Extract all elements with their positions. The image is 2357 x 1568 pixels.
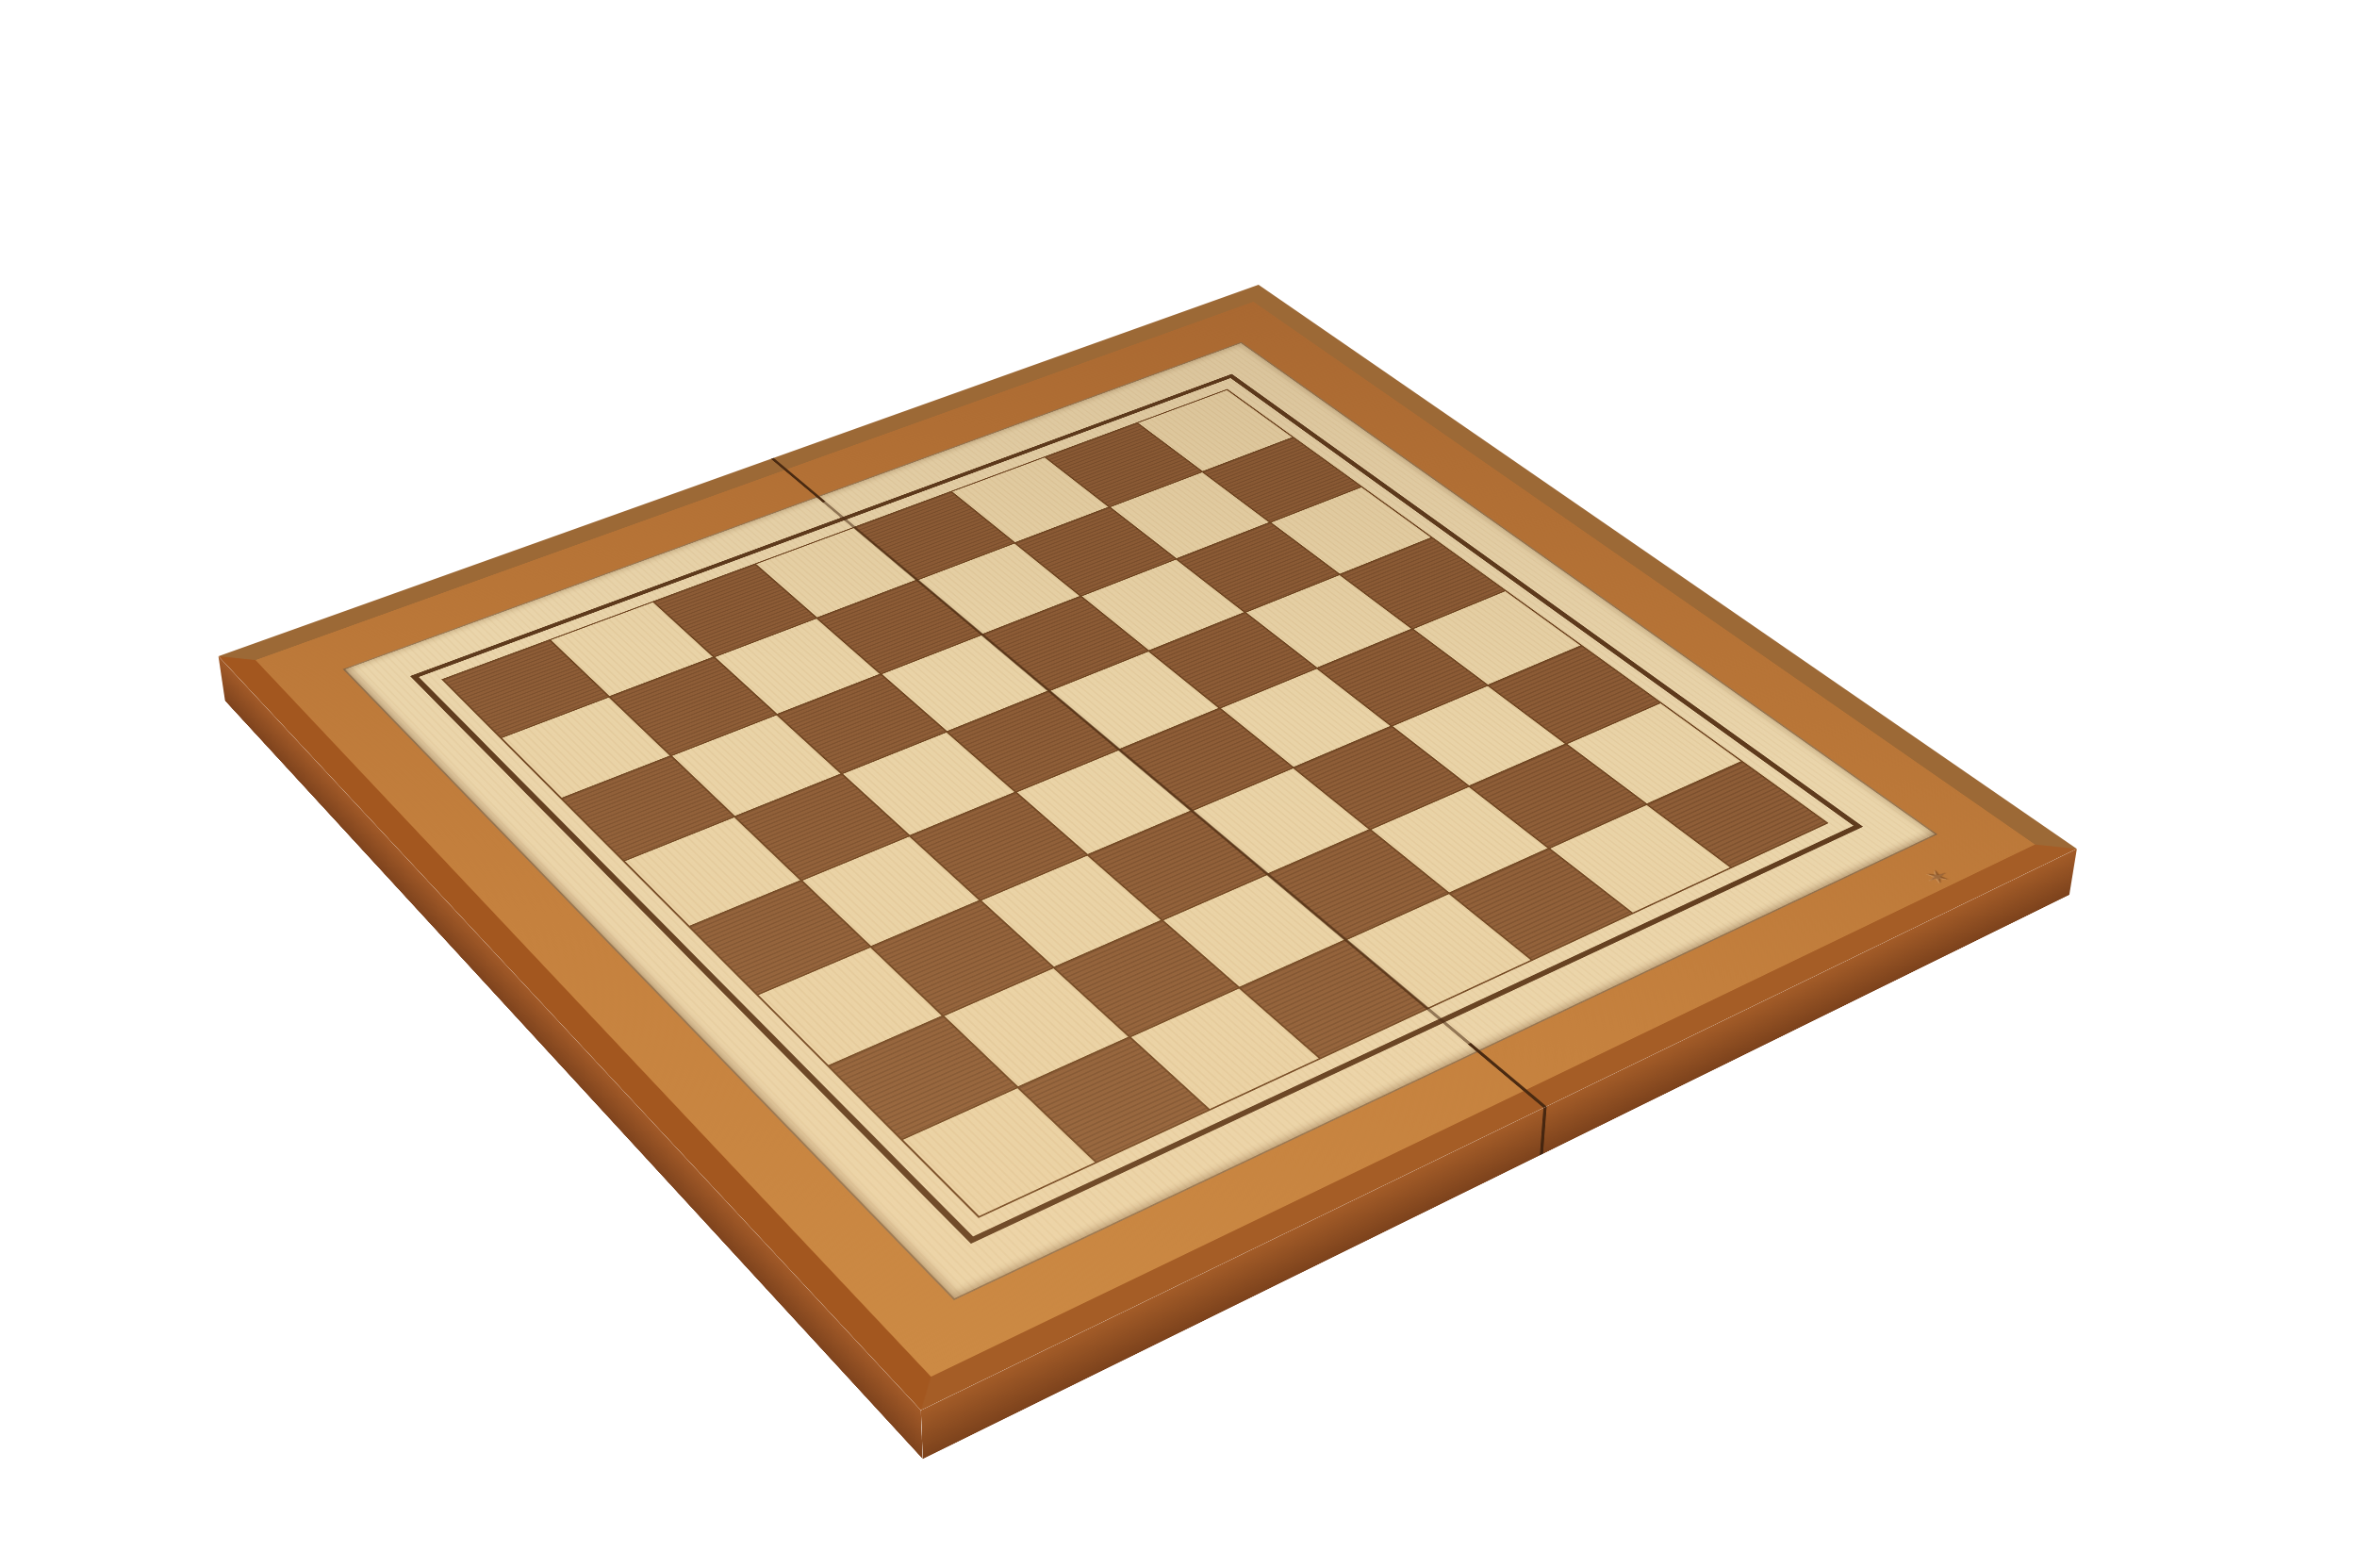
page-background: ✶ — [0, 0, 2357, 1568]
square-h5 — [1347, 894, 1530, 1007]
square-h2 — [1019, 1038, 1209, 1162]
square-e3 — [912, 793, 1086, 900]
square-h8 — [1649, 763, 1826, 867]
square-f3 — [981, 855, 1161, 966]
board-playfield — [342, 342, 1937, 1301]
chess-board: ✶ — [219, 285, 2077, 1411]
fold-seam-side — [1540, 1106, 1546, 1155]
square-h6 — [1450, 850, 1631, 960]
square-h3 — [1131, 989, 1319, 1109]
square-h4 — [1241, 941, 1426, 1058]
square-e4 — [1017, 751, 1191, 854]
square-f1 — [759, 948, 942, 1065]
board-scene: ✶ — [453, 83, 1786, 1416]
square-g3 — [1055, 921, 1238, 1036]
square-e1 — [690, 882, 868, 994]
square-h7 — [1551, 805, 1730, 913]
square-f4 — [1089, 812, 1266, 919]
square-g1 — [830, 1016, 1016, 1139]
